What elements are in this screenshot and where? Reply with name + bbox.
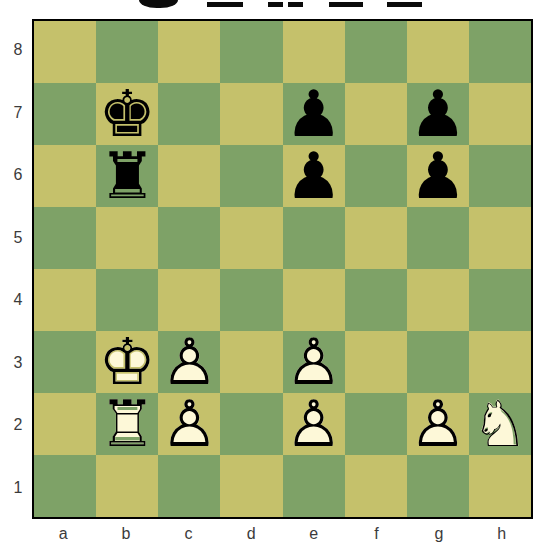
black-pawn-icon: ♟ (407, 83, 469, 145)
square-e8[interactable] (283, 21, 345, 83)
black-king-icon: ♚ (96, 83, 158, 145)
file-label-e: e (283, 520, 346, 548)
square-g6[interactable]: ♟ (407, 145, 469, 207)
square-c1[interactable] (158, 455, 220, 517)
white-knight-icon: ♘ (469, 393, 531, 455)
square-c4[interactable] (158, 269, 220, 331)
square-h2[interactable]: ♞♘ (469, 393, 531, 455)
square-a2[interactable] (34, 393, 96, 455)
square-g7[interactable]: ♟ (407, 83, 469, 145)
square-f4[interactable] (345, 269, 407, 331)
square-e5[interactable] (283, 207, 345, 269)
piece-white-rook-b2[interactable]: ♜♖ (96, 393, 158, 455)
piece-black-pawn-e7[interactable]: ♟ (283, 83, 345, 145)
square-a4[interactable] (34, 269, 96, 331)
piece-white-pawn-c3[interactable]: ♟♙ (158, 331, 220, 393)
square-b3[interactable]: ♚♔ (96, 331, 158, 393)
cropped-title-fragment (207, 2, 243, 7)
white-rook-icon: ♖ (96, 393, 158, 455)
square-g2[interactable]: ♟♙ (407, 393, 469, 455)
chess-diagram: 87654321 ♚♟♟♜♟♟♚♔♟♙♟♙♜♖♟♙♟♙♟♙♞♘ abcdefgh (0, 0, 549, 551)
white-pawn-icon: ♙ (407, 393, 469, 455)
rank-label-5: 5 (6, 207, 30, 270)
square-e2[interactable]: ♟♙ (283, 393, 345, 455)
square-e6[interactable]: ♟ (283, 145, 345, 207)
file-labels: abcdefgh (32, 520, 533, 548)
piece-black-king-b7[interactable]: ♚ (96, 83, 158, 145)
piece-white-king-b3[interactable]: ♚♔ (96, 331, 158, 393)
square-g4[interactable] (407, 269, 469, 331)
rank-label-8: 8 (6, 19, 30, 82)
black-pawn-icon: ♟ (283, 83, 345, 145)
square-f7[interactable] (345, 83, 407, 145)
file-label-c: c (157, 520, 220, 548)
white-pawn-icon: ♙ (283, 331, 345, 393)
white-pawn-icon: ♙ (158, 393, 220, 455)
square-a7[interactable] (34, 83, 96, 145)
square-d1[interactable] (220, 455, 282, 517)
cropped-title-fragment (268, 2, 283, 7)
rank-label-1: 1 (6, 457, 30, 520)
square-b2[interactable]: ♜♖ (96, 393, 158, 455)
square-c5[interactable] (158, 207, 220, 269)
file-label-h: h (470, 520, 533, 548)
piece-black-rook-b6[interactable]: ♜ (96, 145, 158, 207)
square-d7[interactable] (220, 83, 282, 145)
square-c6[interactable] (158, 145, 220, 207)
square-g5[interactable] (407, 207, 469, 269)
square-f2[interactable] (345, 393, 407, 455)
file-label-a: a (32, 520, 95, 548)
square-f5[interactable] (345, 207, 407, 269)
square-h5[interactable] (469, 207, 531, 269)
square-b1[interactable] (96, 455, 158, 517)
rank-label-6: 6 (6, 144, 30, 207)
square-a8[interactable] (34, 21, 96, 83)
square-a5[interactable] (34, 207, 96, 269)
rank-label-7: 7 (6, 82, 30, 145)
square-c8[interactable] (158, 21, 220, 83)
square-h4[interactable] (469, 269, 531, 331)
piece-white-pawn-e3[interactable]: ♟♙ (283, 331, 345, 393)
square-d6[interactable] (220, 145, 282, 207)
square-e4[interactable] (283, 269, 345, 331)
black-pawn-icon: ♟ (407, 145, 469, 207)
square-g8[interactable] (407, 21, 469, 83)
rank-label-2: 2 (6, 394, 30, 457)
square-d2[interactable] (220, 393, 282, 455)
square-b6[interactable]: ♜ (96, 145, 158, 207)
piece-black-pawn-g7[interactable]: ♟ (407, 83, 469, 145)
piece-white-knight-h2[interactable]: ♞♘ (469, 393, 531, 455)
cropped-title-fragment (288, 2, 303, 7)
square-f1[interactable] (345, 455, 407, 517)
square-e1[interactable] (283, 455, 345, 517)
chess-board: ♚♟♟♜♟♟♚♔♟♙♟♙♜♖♟♙♟♙♟♙♞♘ (32, 19, 533, 519)
black-rook-icon: ♜ (96, 145, 158, 207)
square-b5[interactable] (96, 207, 158, 269)
piece-white-pawn-e2[interactable]: ♟♙ (283, 393, 345, 455)
square-a3[interactable] (34, 331, 96, 393)
file-label-b: b (95, 520, 158, 548)
square-c2[interactable]: ♟♙ (158, 393, 220, 455)
rank-label-4: 4 (6, 269, 30, 332)
square-h6[interactable] (469, 145, 531, 207)
piece-black-pawn-g6[interactable]: ♟ (407, 145, 469, 207)
piece-black-pawn-e6[interactable]: ♟ (283, 145, 345, 207)
square-b8[interactable] (96, 21, 158, 83)
square-f8[interactable] (345, 21, 407, 83)
cropped-title-fragment (139, 0, 178, 8)
square-f3[interactable] (345, 331, 407, 393)
white-king-icon: ♔ (96, 331, 158, 393)
square-h7[interactable] (469, 83, 531, 145)
file-label-g: g (408, 520, 471, 548)
square-g3[interactable] (407, 331, 469, 393)
square-d4[interactable] (220, 269, 282, 331)
white-pawn-icon: ♙ (283, 393, 345, 455)
square-h3[interactable] (469, 331, 531, 393)
square-e3[interactable]: ♟♙ (283, 331, 345, 393)
square-g1[interactable] (407, 455, 469, 517)
piece-white-pawn-g2[interactable]: ♟♙ (407, 393, 469, 455)
square-c7[interactable] (158, 83, 220, 145)
square-h1[interactable] (469, 455, 531, 517)
file-label-f: f (345, 520, 408, 548)
cropped-title-fragment (387, 2, 422, 7)
square-d8[interactable] (220, 21, 282, 83)
square-d5[interactable] (220, 207, 282, 269)
square-h8[interactable] (469, 21, 531, 83)
white-pawn-icon: ♙ (158, 331, 220, 393)
cropped-title-fragment (329, 2, 363, 7)
square-e7[interactable]: ♟ (283, 83, 345, 145)
rank-label-3: 3 (6, 332, 30, 395)
square-d3[interactable] (220, 331, 282, 393)
square-b4[interactable] (96, 269, 158, 331)
square-b7[interactable]: ♚ (96, 83, 158, 145)
piece-white-pawn-c2[interactable]: ♟♙ (158, 393, 220, 455)
square-a1[interactable] (34, 455, 96, 517)
square-a6[interactable] (34, 145, 96, 207)
square-f6[interactable] (345, 145, 407, 207)
file-label-d: d (220, 520, 283, 548)
black-pawn-icon: ♟ (283, 145, 345, 207)
square-c3[interactable]: ♟♙ (158, 331, 220, 393)
rank-labels: 87654321 (6, 19, 30, 519)
